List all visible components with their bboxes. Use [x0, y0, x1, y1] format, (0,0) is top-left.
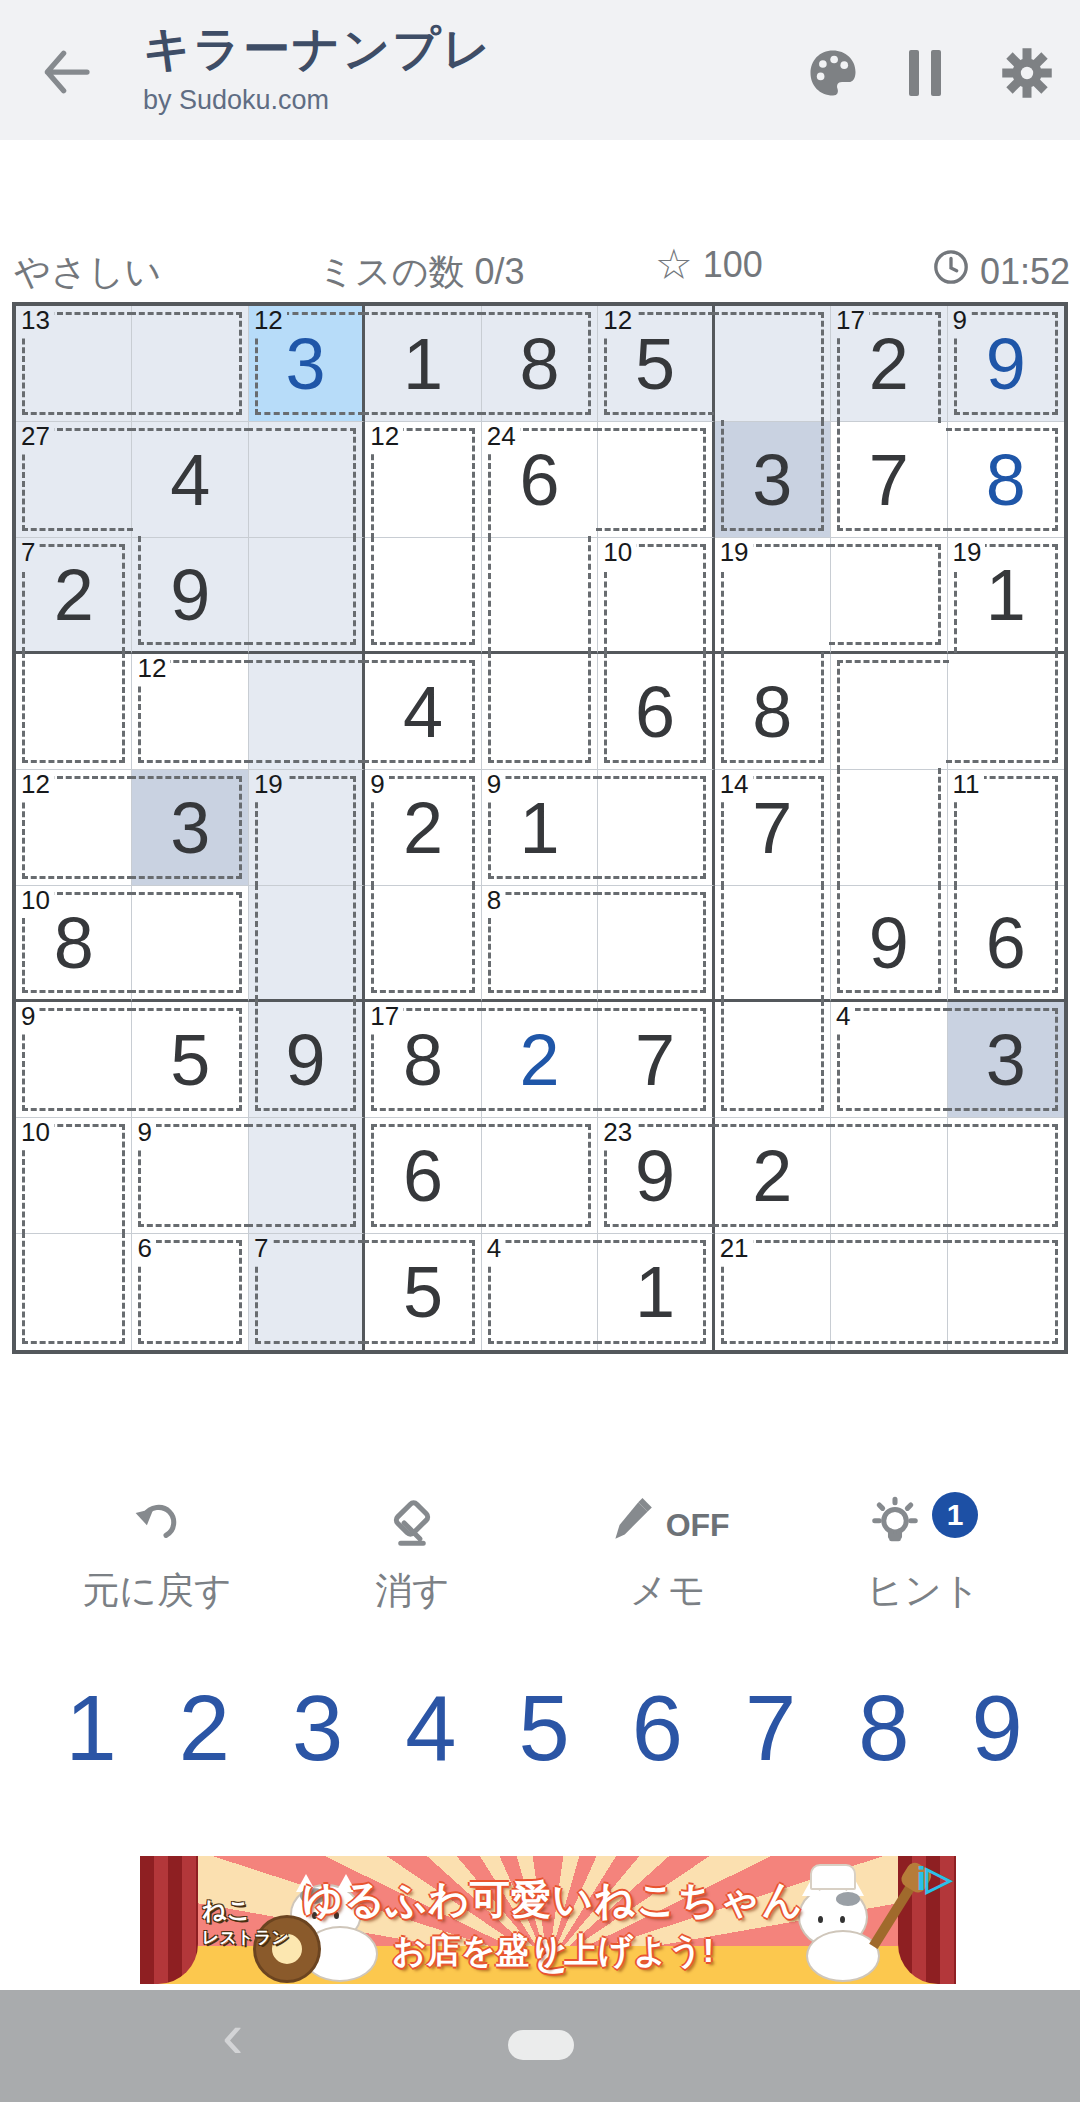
given-digit: 7: [831, 422, 946, 537]
cage-sum: 12: [369, 422, 403, 454]
cage-sum: 12: [20, 770, 54, 802]
cage-sum: 4: [486, 1234, 505, 1266]
cell-r8c7[interactable]: 2: [715, 1118, 831, 1234]
cell-r8c5[interactable]: [482, 1118, 598, 1234]
cell-r4c6[interactable]: 6: [598, 654, 714, 770]
user-digit: 8: [948, 422, 1064, 537]
cage-sum: 23: [602, 1118, 636, 1150]
cell-r2c4[interactable]: 12: [365, 422, 481, 538]
hint-badge: 1: [932, 1492, 978, 1538]
cage-border: [721, 884, 824, 1001]
cell-r5c3[interactable]: 19: [249, 770, 365, 886]
cell-r9c1[interactable]: [16, 1234, 132, 1350]
cage-sum: 7: [253, 1234, 272, 1266]
num-button-8[interactable]: 8: [849, 1668, 919, 1788]
erase-button[interactable]: 消す: [297, 1486, 527, 1626]
pencil-icon: [606, 1498, 656, 1552]
num-button-7[interactable]: 7: [736, 1668, 806, 1788]
cage-sum: 24: [486, 422, 520, 454]
cage-border: [829, 544, 940, 645]
arrow-left-icon: [38, 86, 94, 103]
cage-sum: 12: [602, 306, 636, 338]
cage-border: [596, 892, 705, 993]
page-subtitle: by Sudoku.com: [143, 85, 493, 116]
cell-r1c2[interactable]: [132, 306, 248, 422]
cage-border: [247, 428, 356, 539]
cage-border: [837, 660, 948, 771]
cage-border: [721, 1000, 824, 1111]
cell-r3c7[interactable]: 19: [715, 538, 831, 654]
cell-r4c5[interactable]: [482, 654, 598, 770]
cage-sum: 12: [136, 654, 170, 686]
cage-border: [946, 1240, 1058, 1344]
cage-sum: 8: [486, 886, 505, 918]
cage-sum: 9: [486, 770, 505, 802]
cell-r6c3[interactable]: [249, 886, 365, 1002]
cell-r7c7[interactable]: [715, 1002, 831, 1118]
given-digit: 6: [948, 886, 1064, 999]
cell-r4c8[interactable]: [831, 654, 947, 770]
cell-r2c2[interactable]: 4: [132, 422, 248, 538]
cell-r3c9[interactable]: 191: [948, 538, 1064, 654]
given-digit: 9: [249, 1002, 362, 1117]
mistakes-counter: ミスの数 0/3: [318, 248, 525, 297]
cage-border: [371, 884, 474, 993]
cell-r1c9[interactable]: 99: [948, 306, 1064, 422]
num-button-3[interactable]: 3: [283, 1668, 353, 1788]
given-digit: 1: [598, 1234, 711, 1350]
given-digit: 1: [365, 306, 480, 421]
cell-r9c5[interactable]: 4: [482, 1234, 598, 1350]
cell-r8c3[interactable]: [249, 1118, 365, 1234]
cell-r2c9[interactable]: 8: [948, 422, 1064, 538]
page-title: キラーナンプレ: [143, 18, 493, 81]
cage-border: [480, 1124, 591, 1227]
memo-button[interactable]: OFF メモ: [553, 1486, 783, 1626]
given-digit: 9: [132, 538, 247, 651]
cell-r5c4[interactable]: 92: [365, 770, 481, 886]
cage-border: [247, 1124, 356, 1227]
cage-sum: 9: [369, 770, 388, 802]
cage-sum: 9: [20, 1002, 39, 1034]
cage-sum: 17: [369, 1002, 403, 1034]
given-digit: 4: [365, 654, 480, 769]
cage-sum: 19: [253, 770, 287, 802]
cell-r6c7[interactable]: [715, 886, 831, 1002]
cell-r2c5[interactable]: 246: [482, 422, 598, 538]
user-digit: 2: [482, 1002, 597, 1117]
cage-border: [829, 1124, 948, 1227]
cell-r4c2[interactable]: 12: [132, 654, 248, 770]
score-value: 100: [703, 244, 763, 286]
sudoku-grid[interactable]: 1312318125172992741224637872910191911246…: [12, 302, 1068, 1354]
given-digit: 2: [715, 1118, 830, 1233]
cell-r3c3[interactable]: [249, 538, 365, 654]
cell-r4c9[interactable]: [948, 654, 1064, 770]
given-digit: 4: [132, 422, 247, 537]
num-button-6[interactable]: 6: [622, 1668, 692, 1788]
given-digit: 5: [365, 1234, 480, 1350]
cage-sum: 6: [136, 1234, 155, 1266]
cell-r1c4[interactable]: 1: [365, 306, 481, 422]
cage-border: [22, 1232, 125, 1344]
cage-sum: 7: [20, 538, 39, 570]
cell-r3c8[interactable]: [831, 538, 947, 654]
toolbar: 元に戻す 消す OFF メモ: [0, 1486, 1080, 1626]
cage-border: [130, 312, 241, 415]
hint-button[interactable]: 1 ヒント: [808, 1486, 1038, 1626]
cell-r6c5[interactable]: 8: [482, 886, 598, 1002]
cell-r5c1[interactable]: 12: [16, 770, 132, 886]
cell-r9c6[interactable]: 1: [598, 1234, 714, 1350]
cage-border: [837, 768, 940, 887]
cell-r7c5[interactable]: 2: [482, 1002, 598, 1118]
cage-sum: 9: [952, 306, 971, 338]
cage-border: [247, 660, 364, 763]
cell-r6c1[interactable]: 108: [16, 886, 132, 1002]
cage-border: [22, 652, 125, 763]
given-digit: 3: [132, 770, 247, 885]
given-digit: 6: [365, 1118, 480, 1233]
cell-r9c4[interactable]: 5: [365, 1234, 481, 1350]
cell-r8c4[interactable]: 6: [365, 1118, 481, 1234]
cell-r6c4[interactable]: [365, 886, 481, 1002]
navigation-bar: ‹: [0, 1990, 1080, 2102]
theme-button[interactable]: [806, 46, 860, 100]
cage-sum: 11: [952, 770, 984, 802]
num-button-4[interactable]: 4: [396, 1668, 466, 1788]
cell-r1c8[interactable]: 172: [831, 306, 947, 422]
cell-r7c4[interactable]: 178: [365, 1002, 481, 1118]
ad-curtain-left: [140, 1856, 198, 1984]
cage-sum: 10: [20, 1118, 54, 1150]
cell-r4c1[interactable]: [16, 654, 132, 770]
cell-r1c6[interactable]: 125: [598, 306, 714, 422]
cell-r1c5[interactable]: 8: [482, 306, 598, 422]
cell-r8c6[interactable]: 239: [598, 1118, 714, 1234]
given-digit: 5: [132, 1002, 247, 1117]
cell-r6c9[interactable]: 6: [948, 886, 1064, 1002]
cell-r2c6[interactable]: [598, 422, 714, 538]
cage-border: [946, 1124, 1058, 1227]
cell-r3c5[interactable]: [482, 538, 598, 654]
cell-r1c1[interactable]: 13: [16, 306, 132, 422]
clock-icon: [932, 248, 970, 295]
ad-subheadline: お店を盛り上げよう!: [290, 1928, 816, 1974]
cell-r6c2[interactable]: [132, 886, 248, 1002]
cage-sum: 10: [20, 886, 54, 918]
cell-r5c5[interactable]: 91: [482, 770, 598, 886]
cage-sum: 10: [602, 538, 636, 570]
cell-r6c8[interactable]: 9: [831, 886, 947, 1002]
undo-button[interactable]: 元に戻す: [42, 1486, 272, 1626]
cell-r8c8[interactable]: [831, 1118, 947, 1234]
cell-r9c9[interactable]: [948, 1234, 1064, 1350]
nav-home-pill[interactable]: [508, 2030, 574, 2060]
num-button-2[interactable]: 2: [169, 1668, 239, 1788]
cell-r7c2[interactable]: 5: [132, 1002, 248, 1118]
difficulty-label: やさしい: [14, 248, 161, 297]
back-button[interactable]: [38, 44, 94, 100]
eraser-icon: [385, 1496, 439, 1554]
cell-r4c4[interactable]: 4: [365, 654, 481, 770]
cell-r8c1[interactable]: 10: [16, 1118, 132, 1234]
cell-r9c2[interactable]: 6: [132, 1234, 248, 1350]
cell-r1c7[interactable]: [715, 306, 831, 422]
cell-r5c9[interactable]: 11: [948, 770, 1064, 886]
cage-sum: 12: [253, 306, 287, 338]
settings-button[interactable]: [1000, 46, 1054, 100]
cage-sum: 9: [136, 1118, 155, 1150]
cage-sum: 19: [952, 538, 986, 570]
memo-state: OFF: [666, 1507, 730, 1544]
cell-r3c2[interactable]: 9: [132, 538, 248, 654]
given-digit: 3: [948, 1002, 1064, 1117]
app-header: キラーナンプレ by Sudoku.com: [0, 0, 1080, 140]
cell-r8c2[interactable]: 9: [132, 1118, 248, 1234]
undo-icon: [130, 1496, 184, 1554]
cell-r5c8[interactable]: [831, 770, 947, 886]
given-digit: 8: [482, 306, 597, 421]
star-icon: ☆: [655, 244, 693, 286]
cage-border: [255, 884, 356, 1001]
given-digit: 8: [715, 654, 830, 769]
status-row: やさしい ミスの数 0/3 ☆ 100 01:52: [0, 240, 1080, 298]
cell-r7c9[interactable]: 3: [948, 1002, 1064, 1118]
given-digit: 6: [598, 654, 711, 769]
cell-r2c8[interactable]: 7: [831, 422, 947, 538]
timer-display: 01:52: [932, 248, 1070, 295]
cell-r2c3[interactable]: [249, 422, 365, 538]
cage-border: [371, 536, 474, 645]
cell-r1c3[interactable]: 123: [249, 306, 365, 422]
cell-r5c6[interactable]: [598, 770, 714, 886]
cell-r9c3[interactable]: 7: [249, 1234, 365, 1350]
cell-r9c8[interactable]: [831, 1234, 947, 1350]
pause-button[interactable]: [903, 50, 947, 96]
cage-sum: 14: [719, 770, 753, 802]
ad-banner[interactable]: ねこ レストラン ゆるふわ可愛いねこちゃんと お店を盛り上げよう! i▷: [140, 1856, 956, 1984]
cell-r4c7[interactable]: 8: [715, 654, 831, 770]
gear-icon: [1000, 86, 1054, 103]
cell-r2c7[interactable]: 3: [715, 422, 831, 538]
cell-r7c1[interactable]: 9: [16, 1002, 132, 1118]
score-display: ☆ 100: [655, 244, 763, 286]
cage-sum: 19: [719, 538, 753, 570]
cage-border: [488, 536, 591, 653]
cage-border: [596, 776, 705, 879]
cage-border: [713, 312, 824, 423]
cage-border: [488, 652, 591, 763]
ad-logo: ねこ レストラン: [202, 1894, 289, 1949]
number-pad: 1 2 3 4 5 6 7 8 9: [0, 1668, 1080, 1788]
cell-r8c9[interactable]: [948, 1118, 1064, 1234]
given-digit: 7: [598, 1002, 711, 1117]
timer-value: 01:52: [980, 251, 1070, 293]
cell-r5c7[interactable]: 147: [715, 770, 831, 886]
cage-sum: 17: [835, 306, 869, 338]
cell-r7c6[interactable]: 7: [598, 1002, 714, 1118]
cage-border: [130, 892, 241, 993]
cage-border: [247, 536, 356, 645]
cell-r6c6[interactable]: [598, 886, 714, 1002]
cage-sum: 13: [20, 306, 54, 338]
cell-r7c3[interactable]: 9: [249, 1002, 365, 1118]
cell-r7c8[interactable]: 4: [831, 1002, 947, 1118]
cage-border: [596, 428, 705, 531]
cell-r5c2[interactable]: 3: [132, 770, 248, 886]
cage-sum: 4: [835, 1002, 854, 1034]
given-digit: 3: [715, 422, 830, 537]
palette-icon: [806, 86, 860, 103]
cell-r3c1[interactable]: 72: [16, 538, 132, 654]
pause-icon: [909, 50, 941, 96]
nav-back-button[interactable]: ‹: [222, 1998, 243, 2072]
cage-sum: 21: [719, 1234, 753, 1266]
num-button-5[interactable]: 5: [509, 1668, 579, 1788]
lightbulb-icon: [868, 1496, 922, 1554]
cell-r3c6[interactable]: 10: [598, 538, 714, 654]
cage-sum: 27: [20, 422, 54, 454]
cage-border: [946, 652, 1058, 763]
ad-choices-icon[interactable]: i▷: [916, 1858, 952, 1898]
cell-r2c1[interactable]: 27: [16, 422, 132, 538]
cell-r9c7[interactable]: 21: [715, 1234, 831, 1350]
cell-r3c4[interactable]: [365, 538, 481, 654]
cage-border: [829, 1240, 948, 1344]
num-button-1[interactable]: 1: [56, 1668, 126, 1788]
given-digit: 9: [831, 886, 946, 999]
num-button-9[interactable]: 9: [962, 1668, 1032, 1788]
cell-r4c3[interactable]: [249, 654, 365, 770]
